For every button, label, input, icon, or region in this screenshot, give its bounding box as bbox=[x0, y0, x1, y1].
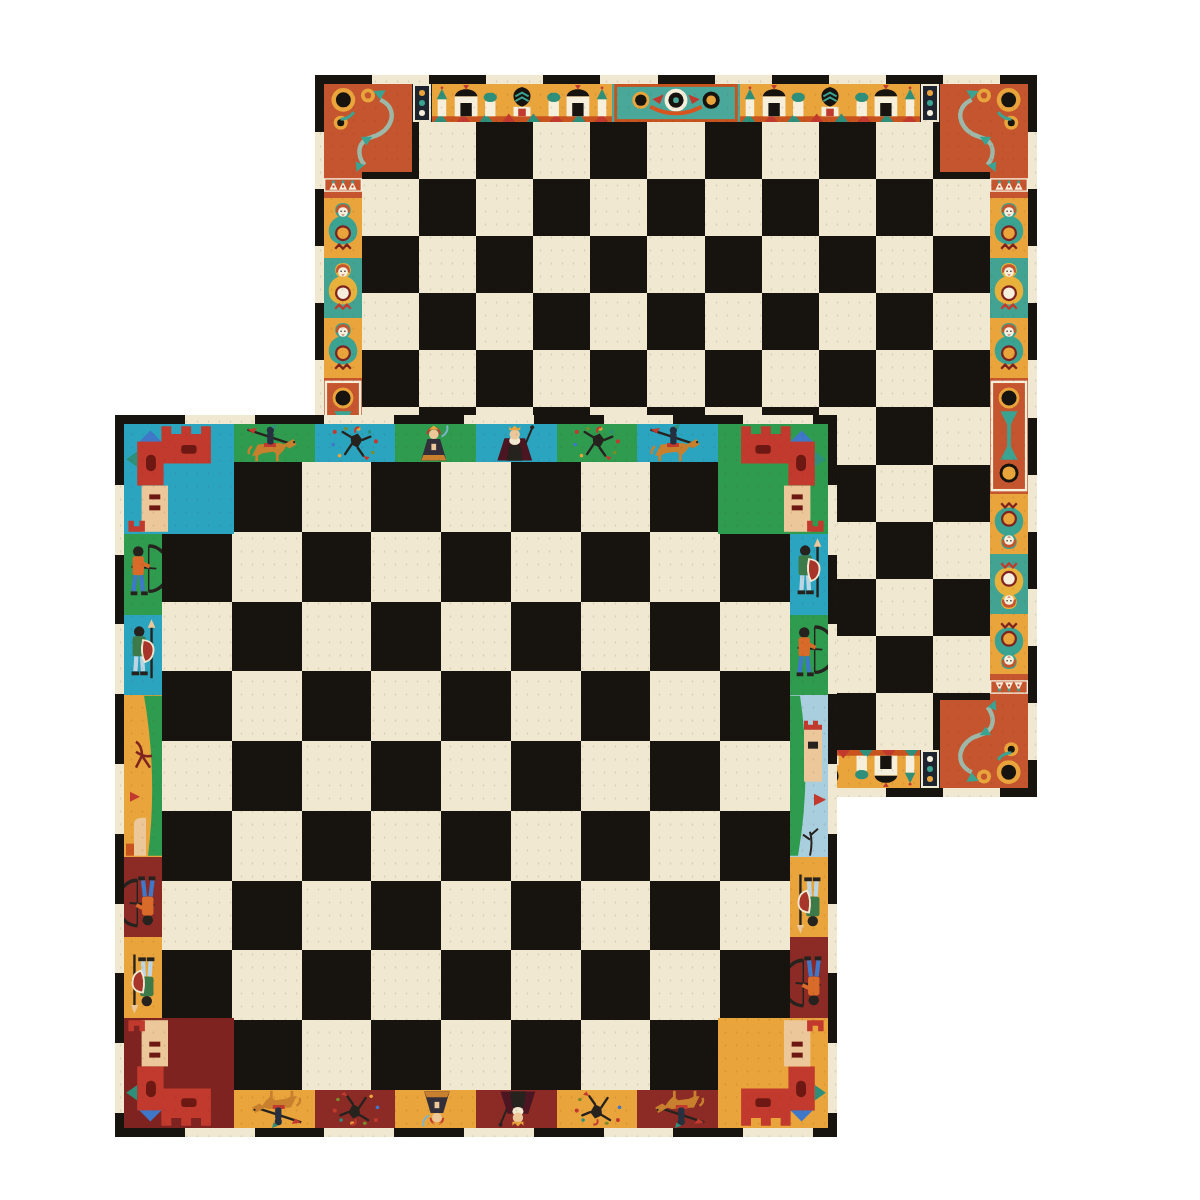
board-cell-r4c1[interactable] bbox=[362, 293, 419, 350]
board-cell-r4c8[interactable] bbox=[762, 293, 819, 350]
castle-turret-icon bbox=[718, 1018, 828, 1128]
board-cell-r5c1[interactable] bbox=[362, 350, 419, 407]
board-cell-r5c11[interactable] bbox=[933, 350, 990, 407]
board-cell-r7c4[interactable] bbox=[371, 881, 441, 951]
castle-turret-icon bbox=[124, 1018, 234, 1128]
border-strip-right bbox=[790, 534, 828, 1018]
board-edge-right bbox=[1028, 75, 1037, 797]
corner-br-tulip-vine bbox=[940, 700, 1028, 788]
board-cell-r6c7[interactable] bbox=[581, 811, 651, 881]
board-cell-r7c5[interactable] bbox=[441, 881, 511, 951]
castle-turret-icon bbox=[124, 424, 234, 534]
board-cell-r2c9[interactable] bbox=[720, 532, 790, 602]
landscape-right-icon bbox=[790, 695, 828, 856]
border-panel-knight bbox=[637, 1090, 718, 1128]
board-cell-r7c2[interactable] bbox=[232, 881, 302, 951]
border-strip-top bbox=[234, 424, 718, 462]
border-panel-matryoshka bbox=[990, 318, 1028, 378]
border-panel-archer bbox=[124, 534, 162, 615]
border-panel-archer bbox=[790, 615, 828, 696]
board-edge-top bbox=[315, 75, 1037, 84]
board-cell-r8c6[interactable] bbox=[511, 950, 581, 1020]
board-cell-r2c4[interactable] bbox=[371, 532, 441, 602]
board-cell-r1c6[interactable] bbox=[511, 462, 581, 532]
board-cell-r6c6[interactable] bbox=[511, 811, 581, 881]
border-strip-left bbox=[124, 534, 162, 1018]
board-cell-r6c2[interactable] bbox=[232, 811, 302, 881]
kremlin-icon bbox=[740, 84, 920, 122]
board-cell-r2c9[interactable] bbox=[819, 179, 876, 236]
board-cell-r3c7[interactable] bbox=[581, 602, 651, 672]
board-cell-r4c6[interactable] bbox=[511, 671, 581, 741]
board-cell-r6c3[interactable] bbox=[302, 811, 372, 881]
board-cell-r1c2[interactable] bbox=[419, 122, 476, 179]
board-edge-right bbox=[828, 415, 837, 1137]
board-cell-r6c8[interactable] bbox=[650, 811, 720, 881]
board-cell-r3c4[interactable] bbox=[533, 236, 590, 293]
board-cell-r5c10[interactable] bbox=[876, 350, 933, 407]
border-panel-king bbox=[476, 424, 557, 462]
border-panel-matryoshka bbox=[990, 494, 1028, 554]
border-panel-queen bbox=[395, 1090, 476, 1128]
board-cell-r3c2[interactable] bbox=[419, 236, 476, 293]
matryoshka-icon bbox=[990, 318, 1028, 378]
board-edge-top bbox=[115, 415, 837, 424]
matryoshka-alt-icon bbox=[990, 554, 1028, 614]
board-cell-r6c4[interactable] bbox=[371, 811, 441, 881]
knight-icon bbox=[637, 1090, 718, 1128]
board-cell-r6c1[interactable] bbox=[162, 811, 232, 881]
board-cell-r7c1[interactable] bbox=[162, 881, 232, 951]
board-cell-r9c4[interactable] bbox=[371, 1020, 441, 1090]
corner-tl-tulip-vine bbox=[324, 84, 412, 172]
board-cell-r3c6[interactable] bbox=[647, 236, 704, 293]
corner-bl-castle-turret bbox=[124, 1018, 234, 1128]
border-panel-matryoshka bbox=[990, 614, 1028, 674]
board-cell-r7c8[interactable] bbox=[650, 881, 720, 951]
board-cell-r4c8[interactable] bbox=[650, 671, 720, 741]
board-cell-r5c1[interactable] bbox=[162, 741, 232, 811]
board-cell-r5c7[interactable] bbox=[581, 741, 651, 811]
board-cell-r3c3[interactable] bbox=[476, 236, 533, 293]
board-cell-r9c8[interactable] bbox=[650, 1020, 720, 1090]
matryoshka-alt-icon bbox=[990, 258, 1028, 318]
board-cell-r4c6[interactable] bbox=[647, 293, 704, 350]
board-cell-r4c4[interactable] bbox=[533, 293, 590, 350]
border-panel-queen bbox=[395, 424, 476, 462]
board-cell-r2c1[interactable] bbox=[362, 179, 419, 236]
board-cell-r3c6[interactable] bbox=[511, 602, 581, 672]
board-cell-r8c4[interactable] bbox=[371, 950, 441, 1020]
board-cell-r4c9[interactable] bbox=[819, 293, 876, 350]
board-cell-r1c7[interactable] bbox=[581, 462, 651, 532]
border-panel-matryoshka-alt bbox=[990, 554, 1028, 614]
matryoshka-alt-icon bbox=[324, 258, 362, 318]
board-cell-r2c4[interactable] bbox=[533, 179, 590, 236]
border-panel-jester bbox=[315, 1090, 396, 1128]
border-panel-matryoshka-alt bbox=[324, 258, 362, 318]
board-cell-r9c11[interactable] bbox=[933, 579, 990, 636]
matryoshka-icon bbox=[990, 494, 1028, 554]
board-cell-r5c2[interactable] bbox=[419, 350, 476, 407]
board-cell-r1c4[interactable] bbox=[371, 462, 441, 532]
castle-turret-icon bbox=[718, 424, 828, 534]
board-cell-r1c9[interactable] bbox=[819, 122, 876, 179]
border-panel-samovar-column bbox=[990, 378, 1028, 494]
board-cell-r5c2[interactable] bbox=[232, 741, 302, 811]
archer-icon bbox=[124, 534, 162, 615]
border-panel-dots bbox=[920, 84, 940, 122]
board-cell-r8c8[interactable] bbox=[650, 950, 720, 1020]
border-panel-king bbox=[476, 1090, 557, 1128]
jester-icon bbox=[315, 424, 396, 462]
board-cell-r4c3[interactable] bbox=[302, 671, 372, 741]
border-panel-knight bbox=[234, 424, 315, 462]
border-panel-spearman bbox=[124, 615, 162, 696]
board-cell-r3c8[interactable] bbox=[650, 602, 720, 672]
board-cell-r2c8[interactable] bbox=[762, 179, 819, 236]
board-cell-r5c8[interactable] bbox=[762, 350, 819, 407]
board-cell-r3c7[interactable] bbox=[705, 236, 762, 293]
dots-icon bbox=[920, 750, 940, 788]
board-cell-r11c10[interactable] bbox=[876, 693, 933, 750]
border-panel-knight bbox=[234, 1090, 315, 1128]
archer-icon bbox=[790, 937, 828, 1018]
board-cell-r5c6[interactable] bbox=[511, 741, 581, 811]
board-cell-r4c11[interactable] bbox=[933, 293, 990, 350]
matryoshka-icon bbox=[990, 614, 1028, 674]
board-cell-r1c5[interactable] bbox=[441, 462, 511, 532]
board-cell-r5c5[interactable] bbox=[590, 350, 647, 407]
board-cell-r3c5[interactable] bbox=[441, 602, 511, 672]
board-cell-r3c1[interactable] bbox=[162, 602, 232, 672]
border-panel-matryoshka-trio bbox=[990, 674, 1028, 700]
board-cell-r2c3[interactable] bbox=[476, 179, 533, 236]
board-cell-r8c7[interactable] bbox=[581, 950, 651, 1020]
board-cell-r8c9[interactable] bbox=[720, 950, 790, 1020]
border-strip-top bbox=[412, 84, 940, 122]
board-cell-r1c10[interactable] bbox=[876, 122, 933, 179]
board-cell-r3c1[interactable] bbox=[362, 236, 419, 293]
page-background bbox=[0, 0, 1200, 1200]
board-cell-r9c2[interactable] bbox=[232, 1020, 302, 1090]
board-cell-r6c9[interactable] bbox=[720, 811, 790, 881]
board-cell-r2c11[interactable] bbox=[933, 179, 990, 236]
border-panel-matryoshka-alt bbox=[990, 258, 1028, 318]
board-cell-r3c9[interactable] bbox=[720, 602, 790, 672]
board-cell-r3c4[interactable] bbox=[371, 602, 441, 672]
spearman-icon bbox=[790, 857, 828, 938]
spearman-icon bbox=[124, 937, 162, 1018]
board-cell-r8c1[interactable] bbox=[162, 950, 232, 1020]
board-cell-r2c5[interactable] bbox=[590, 179, 647, 236]
spearman-icon bbox=[124, 615, 162, 696]
board-cell-r5c3[interactable] bbox=[476, 350, 533, 407]
matryoshka-trio-icon bbox=[990, 674, 1028, 700]
corner-br-castle-turret bbox=[718, 1018, 828, 1128]
board-cell-r5c3[interactable] bbox=[302, 741, 372, 811]
board-cell-r10c11[interactable] bbox=[933, 636, 990, 693]
border-panel-knight bbox=[637, 424, 718, 462]
board-cell-r2c5[interactable] bbox=[441, 532, 511, 602]
board-cell-r8c5[interactable] bbox=[441, 950, 511, 1020]
border-panel-dots bbox=[920, 750, 940, 788]
matryoshka-trio-icon bbox=[990, 172, 1028, 198]
border-panel-dots bbox=[412, 84, 432, 122]
board-cell-r1c8[interactable] bbox=[650, 462, 720, 532]
board-cell-r2c6[interactable] bbox=[511, 532, 581, 602]
border-panel-jester bbox=[315, 424, 396, 462]
archer-icon bbox=[124, 857, 162, 938]
board-cell-r3c11[interactable] bbox=[933, 236, 990, 293]
border-panel-folk-face bbox=[612, 84, 740, 122]
checkerboard bbox=[162, 462, 790, 1090]
board-cell-r8c2[interactable] bbox=[232, 950, 302, 1020]
knight-icon bbox=[234, 424, 315, 462]
board-cell-r3c3[interactable] bbox=[302, 602, 372, 672]
border-panel-kremlin bbox=[432, 84, 612, 122]
board-cell-r5c9[interactable] bbox=[720, 741, 790, 811]
board-cell-r6c11[interactable] bbox=[933, 407, 990, 464]
board-cell-r1c7[interactable] bbox=[705, 122, 762, 179]
board-cell-r4c4[interactable] bbox=[371, 671, 441, 741]
board-cell-r1c4[interactable] bbox=[533, 122, 590, 179]
board-cell-r9c5[interactable] bbox=[441, 1020, 511, 1090]
board-cell-r6c5[interactable] bbox=[441, 811, 511, 881]
samovar-column-icon bbox=[990, 378, 1028, 494]
jester-icon bbox=[557, 1090, 638, 1128]
board-cell-r9c3[interactable] bbox=[302, 1020, 372, 1090]
archer-icon bbox=[790, 615, 828, 696]
corner-tl-castle-turret bbox=[124, 424, 234, 534]
board-cell-r2c2[interactable] bbox=[232, 532, 302, 602]
tulip-vine-icon bbox=[940, 84, 1028, 172]
border-strip-right bbox=[990, 172, 1028, 700]
kremlin-icon bbox=[432, 84, 612, 122]
border-panel-archer bbox=[124, 857, 162, 938]
border-panel-landscape-left bbox=[124, 695, 162, 856]
border-strip-bottom bbox=[234, 1090, 718, 1128]
board-cell-r5c9[interactable] bbox=[819, 350, 876, 407]
board-cell-r9c10[interactable] bbox=[876, 579, 933, 636]
corner-tr-tulip-vine bbox=[940, 84, 1028, 172]
border-panel-archer bbox=[790, 937, 828, 1018]
board-cell-r5c5[interactable] bbox=[441, 741, 511, 811]
board-cell-r4c7[interactable] bbox=[581, 671, 651, 741]
board-cell-r3c10[interactable] bbox=[876, 236, 933, 293]
border-panel-landscape-right bbox=[790, 695, 828, 856]
board-cell-r3c8[interactable] bbox=[762, 236, 819, 293]
board-cell-r1c5[interactable] bbox=[590, 122, 647, 179]
spearman-icon bbox=[790, 534, 828, 615]
board-cell-r7c7[interactable] bbox=[581, 881, 651, 951]
board-cell-r1c6[interactable] bbox=[647, 122, 704, 179]
board-cell-r7c6[interactable] bbox=[511, 881, 581, 951]
knight-icon bbox=[234, 1090, 315, 1128]
border-panel-matryoshka bbox=[324, 318, 362, 378]
border-panel-spearman bbox=[790, 534, 828, 615]
matryoshka-icon bbox=[324, 318, 362, 378]
board-cell-r6c10[interactable] bbox=[876, 407, 933, 464]
board-cell-r3c2[interactable] bbox=[232, 602, 302, 672]
border-panel-spearman bbox=[124, 937, 162, 1018]
board-cell-r2c7[interactable] bbox=[581, 532, 651, 602]
board-cell-r8c11[interactable] bbox=[933, 522, 990, 579]
king-icon bbox=[476, 424, 557, 462]
board-edge-bottom bbox=[115, 1128, 837, 1137]
board-cell-r4c5[interactable] bbox=[441, 671, 511, 741]
board-cell-r7c10[interactable] bbox=[876, 465, 933, 522]
border-panel-jester bbox=[557, 1090, 638, 1128]
board-cell-r5c6[interactable] bbox=[647, 350, 704, 407]
board-cell-r2c1[interactable] bbox=[162, 532, 232, 602]
jester-icon bbox=[557, 424, 638, 462]
board-cell-r4c5[interactable] bbox=[590, 293, 647, 350]
board-edge-left bbox=[115, 415, 124, 1137]
board-cell-r3c9[interactable] bbox=[819, 236, 876, 293]
matryoshka-trio-icon bbox=[324, 172, 362, 198]
board-cell-r2c2[interactable] bbox=[419, 179, 476, 236]
matryoshka-icon bbox=[324, 198, 362, 258]
board-cell-r7c9[interactable] bbox=[720, 881, 790, 951]
board-cell-r5c4[interactable] bbox=[533, 350, 590, 407]
board-cell-r10c10[interactable] bbox=[876, 636, 933, 693]
king-icon bbox=[476, 1090, 557, 1128]
queen-icon bbox=[395, 424, 476, 462]
jester-icon bbox=[315, 1090, 396, 1128]
board-cell-r5c7[interactable] bbox=[705, 350, 762, 407]
board-cell-r2c8[interactable] bbox=[650, 532, 720, 602]
board-cell-r1c3[interactable] bbox=[476, 122, 533, 179]
board-cell-r4c2[interactable] bbox=[232, 671, 302, 741]
board-cell-r4c9[interactable] bbox=[720, 671, 790, 741]
border-panel-matryoshka-trio bbox=[990, 172, 1028, 198]
board-cell-r4c3[interactable] bbox=[476, 293, 533, 350]
border-panel-jester bbox=[557, 424, 638, 462]
landscape-left-icon bbox=[124, 695, 162, 856]
board-cell-r5c4[interactable] bbox=[371, 741, 441, 811]
tulip-vine-icon bbox=[324, 84, 412, 172]
border-panel-matryoshka bbox=[324, 198, 362, 258]
board-cell-r1c3[interactable] bbox=[302, 462, 372, 532]
board-cell-r3c5[interactable] bbox=[590, 236, 647, 293]
knight-icon bbox=[637, 424, 718, 462]
border-panel-kremlin bbox=[740, 84, 920, 122]
board-cell-r2c6[interactable] bbox=[647, 179, 704, 236]
queen-icon bbox=[395, 1090, 476, 1128]
folk-face-icon bbox=[612, 84, 740, 122]
corner-tr-castle-turret bbox=[718, 424, 828, 534]
border-panel-matryoshka bbox=[990, 198, 1028, 258]
matryoshka-icon bbox=[990, 198, 1028, 258]
board-cell-r1c2[interactable] bbox=[232, 462, 302, 532]
front-board bbox=[115, 415, 837, 1137]
board-cell-r4c1[interactable] bbox=[162, 671, 232, 741]
board-cell-r2c10[interactable] bbox=[876, 179, 933, 236]
board-cell-r2c3[interactable] bbox=[302, 532, 372, 602]
board-cell-r4c7[interactable] bbox=[705, 293, 762, 350]
dots-icon bbox=[412, 84, 432, 122]
border-panel-matryoshka-trio bbox=[324, 172, 362, 198]
board-cell-r1c8[interactable] bbox=[762, 122, 819, 179]
board-cell-r7c11[interactable] bbox=[933, 465, 990, 522]
border-panel-spearman bbox=[790, 857, 828, 938]
board-cell-r8c10[interactable] bbox=[876, 522, 933, 579]
tulip-vine-icon bbox=[940, 700, 1028, 788]
board-cell-r7c3[interactable] bbox=[302, 881, 372, 951]
dots-icon bbox=[920, 84, 940, 122]
board-cell-r4c10[interactable] bbox=[876, 293, 933, 350]
board-cell-r4c2[interactable] bbox=[419, 293, 476, 350]
board-cell-r9c7[interactable] bbox=[581, 1020, 651, 1090]
board-cell-r5c8[interactable] bbox=[650, 741, 720, 811]
board-cell-r2c7[interactable] bbox=[705, 179, 762, 236]
board-cell-r9c6[interactable] bbox=[511, 1020, 581, 1090]
board-cell-r8c3[interactable] bbox=[302, 950, 372, 1020]
